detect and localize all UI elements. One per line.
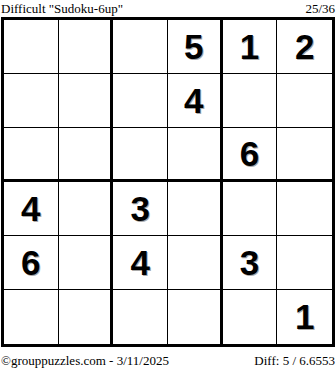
cell-r2c2[interactable] bbox=[59, 74, 114, 128]
cell-r3c6[interactable] bbox=[277, 128, 332, 182]
cell-r5c4[interactable] bbox=[168, 236, 223, 290]
cell-r6c5[interactable] bbox=[223, 290, 278, 344]
cell-r6c6: 1 bbox=[277, 290, 332, 344]
cell-r5c3: 4 bbox=[113, 236, 168, 290]
cell-r5c1: 6 bbox=[4, 236, 59, 290]
cell-r1c5: 1 bbox=[223, 20, 278, 74]
cell-r3c4[interactable] bbox=[168, 128, 223, 182]
copyright-text: ©grouppuzzles.com - 3/11/2025 bbox=[1, 353, 169, 368]
cell-r4c6[interactable] bbox=[277, 182, 332, 236]
cell-r3c1[interactable] bbox=[4, 128, 59, 182]
cell-r1c6: 2 bbox=[277, 20, 332, 74]
puzzle-counter: 25/36 bbox=[305, 2, 335, 15]
puzzle-title: Difficult "Sudoku-6up" bbox=[1, 2, 123, 15]
cell-r1c3[interactable] bbox=[113, 20, 168, 74]
cell-r4c5[interactable] bbox=[223, 182, 278, 236]
page-header: Difficult "Sudoku-6up" 25/36 bbox=[0, 0, 336, 17]
sudoku-board: 51246436431 bbox=[1, 17, 335, 347]
cell-r1c1[interactable] bbox=[4, 20, 59, 74]
cell-r4c2[interactable] bbox=[59, 182, 114, 236]
cell-r2c6[interactable] bbox=[277, 74, 332, 128]
cell-r4c4[interactable] bbox=[168, 182, 223, 236]
cell-r2c4: 4 bbox=[168, 74, 223, 128]
cell-r3c5: 6 bbox=[223, 128, 278, 182]
difficulty-text: Diff: 5 / 6.6553 bbox=[254, 353, 335, 368]
cell-r2c5[interactable] bbox=[223, 74, 278, 128]
cell-r3c2[interactable] bbox=[59, 128, 114, 182]
cell-r6c2[interactable] bbox=[59, 290, 114, 344]
cell-r2c3[interactable] bbox=[113, 74, 168, 128]
cell-r2c1[interactable] bbox=[4, 74, 59, 128]
cell-r5c2[interactable] bbox=[59, 236, 114, 290]
cell-r5c6[interactable] bbox=[277, 236, 332, 290]
cell-r5c5: 3 bbox=[223, 236, 278, 290]
cell-r4c3: 3 bbox=[113, 182, 168, 236]
page-footer: ©grouppuzzles.com - 3/11/2025 Diff: 5 / … bbox=[0, 353, 336, 368]
cell-r6c4[interactable] bbox=[168, 290, 223, 344]
cell-r3c3[interactable] bbox=[113, 128, 168, 182]
cell-r4c1: 4 bbox=[4, 182, 59, 236]
cell-r6c1[interactable] bbox=[4, 290, 59, 344]
cell-r1c2[interactable] bbox=[59, 20, 114, 74]
cell-r6c3[interactable] bbox=[113, 290, 168, 344]
cell-r1c4: 5 bbox=[168, 20, 223, 74]
